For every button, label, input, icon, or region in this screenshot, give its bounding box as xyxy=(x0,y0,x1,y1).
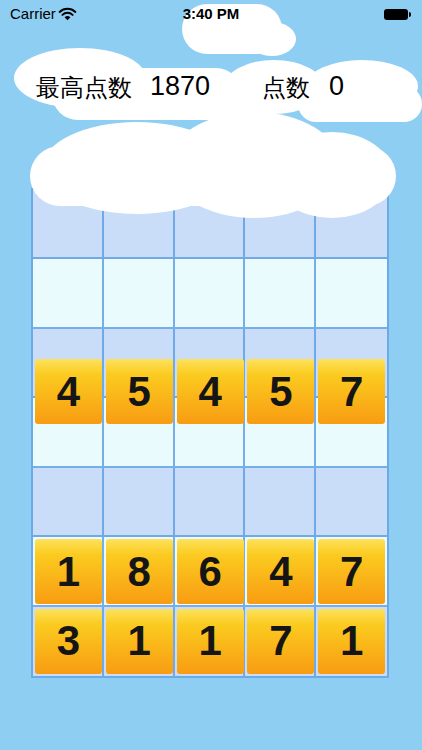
board-cell-r5c1 xyxy=(33,468,104,537)
clock-label: 3:40 PM xyxy=(0,5,422,22)
battery-icon xyxy=(384,9,408,20)
number-tile[interactable]: 4 xyxy=(247,539,314,604)
best-score-label: 最高点数 xyxy=(36,72,132,104)
cloud xyxy=(272,132,392,218)
board-cell-r2c2 xyxy=(104,259,175,328)
number-tile[interactable]: 4 xyxy=(177,359,244,424)
board-cell-r5c3 xyxy=(175,468,246,537)
board-cell-r5c4 xyxy=(245,468,316,537)
game-board: 186473117145457 xyxy=(31,188,389,678)
number-tile[interactable]: 6 xyxy=(177,539,244,604)
number-tile[interactable]: 3 xyxy=(35,609,102,674)
board-cell-r5c2 xyxy=(104,468,175,537)
cloud xyxy=(248,22,296,56)
number-tile[interactable]: 1 xyxy=(177,609,244,674)
cloud xyxy=(298,86,422,122)
number-tile[interactable]: 5 xyxy=(247,359,314,424)
board-cell-r2c3 xyxy=(175,259,246,328)
board-cell-r2c4 xyxy=(245,259,316,328)
number-tile[interactable]: 7 xyxy=(247,609,314,674)
board-cell-r2c5 xyxy=(316,259,387,328)
best-score-value: 1870 xyxy=(150,71,210,102)
board-cell-r5c5 xyxy=(316,468,387,537)
number-tile[interactable]: 4 xyxy=(35,359,102,424)
number-tile[interactable]: 5 xyxy=(106,359,173,424)
number-tile[interactable]: 1 xyxy=(106,609,173,674)
status-bar: Carrier 3:40 PM xyxy=(0,0,422,26)
score-value: 0 xyxy=(329,71,344,102)
game-screen: 186473117145457 最高点数 1870 点数 0 Carrier 3… xyxy=(0,0,422,750)
number-tile[interactable]: 8 xyxy=(106,539,173,604)
board-cell-r2c1 xyxy=(33,259,104,328)
number-tile[interactable]: 7 xyxy=(318,359,385,424)
number-tile[interactable]: 7 xyxy=(318,539,385,604)
number-tile[interactable]: 1 xyxy=(318,609,385,674)
score-label: 点数 xyxy=(262,72,310,104)
number-tile[interactable]: 1 xyxy=(35,539,102,604)
